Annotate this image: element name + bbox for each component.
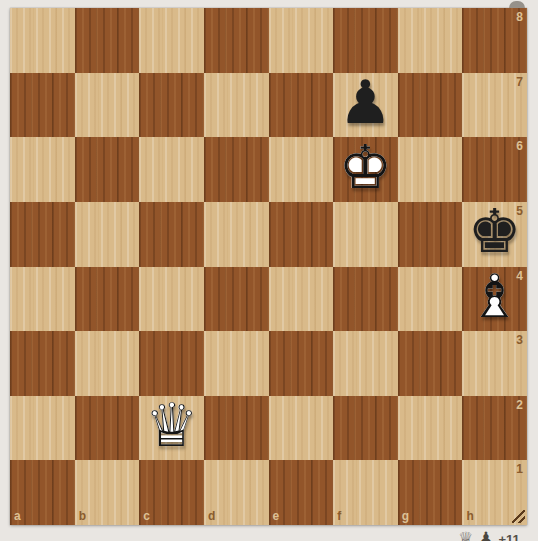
square-a8[interactable] xyxy=(10,8,75,73)
chess-board-container: 8♟7♚♔65♚4♝♗3♛♕2abcdefgh1 xyxy=(10,8,527,525)
square-a6[interactable] xyxy=(10,137,75,202)
black-king-h5[interactable]: ♚ xyxy=(462,202,527,267)
square-d7[interactable] xyxy=(204,73,269,138)
square-a1[interactable]: a xyxy=(10,460,75,525)
square-f3[interactable] xyxy=(333,331,398,396)
square-e6[interactable] xyxy=(269,137,334,202)
file-label-b: b xyxy=(79,510,86,522)
square-c3[interactable] xyxy=(139,331,204,396)
file-label-g: g xyxy=(402,510,409,522)
square-d4[interactable] xyxy=(204,267,269,332)
material-advantage-score: +11 xyxy=(499,529,520,541)
square-h4[interactable]: 4♝♗ xyxy=(462,267,527,332)
square-a2[interactable] xyxy=(10,396,75,461)
square-b1[interactable]: b xyxy=(75,460,140,525)
rank-label-1: 1 xyxy=(516,463,523,475)
captured-queen-icon: ♕ xyxy=(458,529,473,541)
square-f8[interactable] xyxy=(333,8,398,73)
square-h3[interactable]: 3 xyxy=(462,331,527,396)
file-label-d: d xyxy=(208,510,215,522)
square-c7[interactable] xyxy=(139,73,204,138)
square-c8[interactable] xyxy=(139,8,204,73)
square-f1[interactable]: f xyxy=(333,460,398,525)
square-g6[interactable] xyxy=(398,137,463,202)
square-e8[interactable] xyxy=(269,8,334,73)
white-bishop-h4[interactable]: ♝♗ xyxy=(462,267,527,332)
square-d5[interactable] xyxy=(204,202,269,267)
rank-label-2: 2 xyxy=(516,399,523,411)
square-f5[interactable] xyxy=(333,202,398,267)
opponent-material-pawn-icon xyxy=(509,1,525,8)
square-d2[interactable] xyxy=(204,396,269,461)
square-b8[interactable] xyxy=(75,8,140,73)
captured-pawn-icon: ♟ xyxy=(478,529,493,541)
square-d6[interactable] xyxy=(204,137,269,202)
square-e3[interactable] xyxy=(269,331,334,396)
square-b2[interactable] xyxy=(75,396,140,461)
square-d8[interactable] xyxy=(204,8,269,73)
square-c6[interactable] xyxy=(139,137,204,202)
square-c5[interactable] xyxy=(139,202,204,267)
square-b5[interactable] xyxy=(75,202,140,267)
file-label-f: f xyxy=(337,510,341,522)
rank-label-7: 7 xyxy=(516,76,523,88)
board-resize-handle-icon[interactable] xyxy=(512,510,525,523)
rank-label-3: 3 xyxy=(516,334,523,346)
square-a4[interactable] xyxy=(10,267,75,332)
square-b4[interactable] xyxy=(75,267,140,332)
square-h7[interactable]: 7 xyxy=(462,73,527,138)
square-a5[interactable] xyxy=(10,202,75,267)
square-c2[interactable]: ♛♕ xyxy=(139,396,204,461)
square-a3[interactable] xyxy=(10,331,75,396)
file-label-c: c xyxy=(143,510,150,522)
file-label-e: e xyxy=(273,510,280,522)
square-g7[interactable] xyxy=(398,73,463,138)
file-label-a: a xyxy=(14,510,21,522)
square-g5[interactable] xyxy=(398,202,463,267)
square-g1[interactable]: g xyxy=(398,460,463,525)
square-e5[interactable] xyxy=(269,202,334,267)
square-c1[interactable]: c xyxy=(139,460,204,525)
white-king-f6[interactable]: ♚♔ xyxy=(333,137,398,202)
square-g8[interactable] xyxy=(398,8,463,73)
square-g4[interactable] xyxy=(398,267,463,332)
square-e2[interactable] xyxy=(269,396,334,461)
material-advantage-indicator: ♕ ♟ +11 xyxy=(458,529,520,541)
square-e7[interactable] xyxy=(269,73,334,138)
square-d1[interactable]: d xyxy=(204,460,269,525)
square-f6[interactable]: ♚♔ xyxy=(333,137,398,202)
square-h5[interactable]: 5♚ xyxy=(462,202,527,267)
square-h8[interactable]: 8 xyxy=(462,8,527,73)
square-g3[interactable] xyxy=(398,331,463,396)
rank-label-8: 8 xyxy=(516,11,523,23)
square-c4[interactable] xyxy=(139,267,204,332)
rank-label-6: 6 xyxy=(516,140,523,152)
square-d3[interactable] xyxy=(204,331,269,396)
square-b7[interactable] xyxy=(75,73,140,138)
square-g2[interactable] xyxy=(398,396,463,461)
black-pawn-f7[interactable]: ♟ xyxy=(333,73,398,138)
square-e4[interactable] xyxy=(269,267,334,332)
square-e1[interactable]: e xyxy=(269,460,334,525)
chess-board[interactable]: 8♟7♚♔65♚4♝♗3♛♕2abcdefgh1 xyxy=(10,8,527,525)
square-b6[interactable] xyxy=(75,137,140,202)
square-b3[interactable] xyxy=(75,331,140,396)
square-a7[interactable] xyxy=(10,73,75,138)
square-h6[interactable]: 6 xyxy=(462,137,527,202)
white-queen-c2[interactable]: ♛♕ xyxy=(139,396,204,461)
square-h2[interactable]: 2 xyxy=(462,396,527,461)
square-f4[interactable] xyxy=(333,267,398,332)
square-f7[interactable]: ♟ xyxy=(333,73,398,138)
file-label-h: h xyxy=(466,510,473,522)
square-f2[interactable] xyxy=(333,396,398,461)
